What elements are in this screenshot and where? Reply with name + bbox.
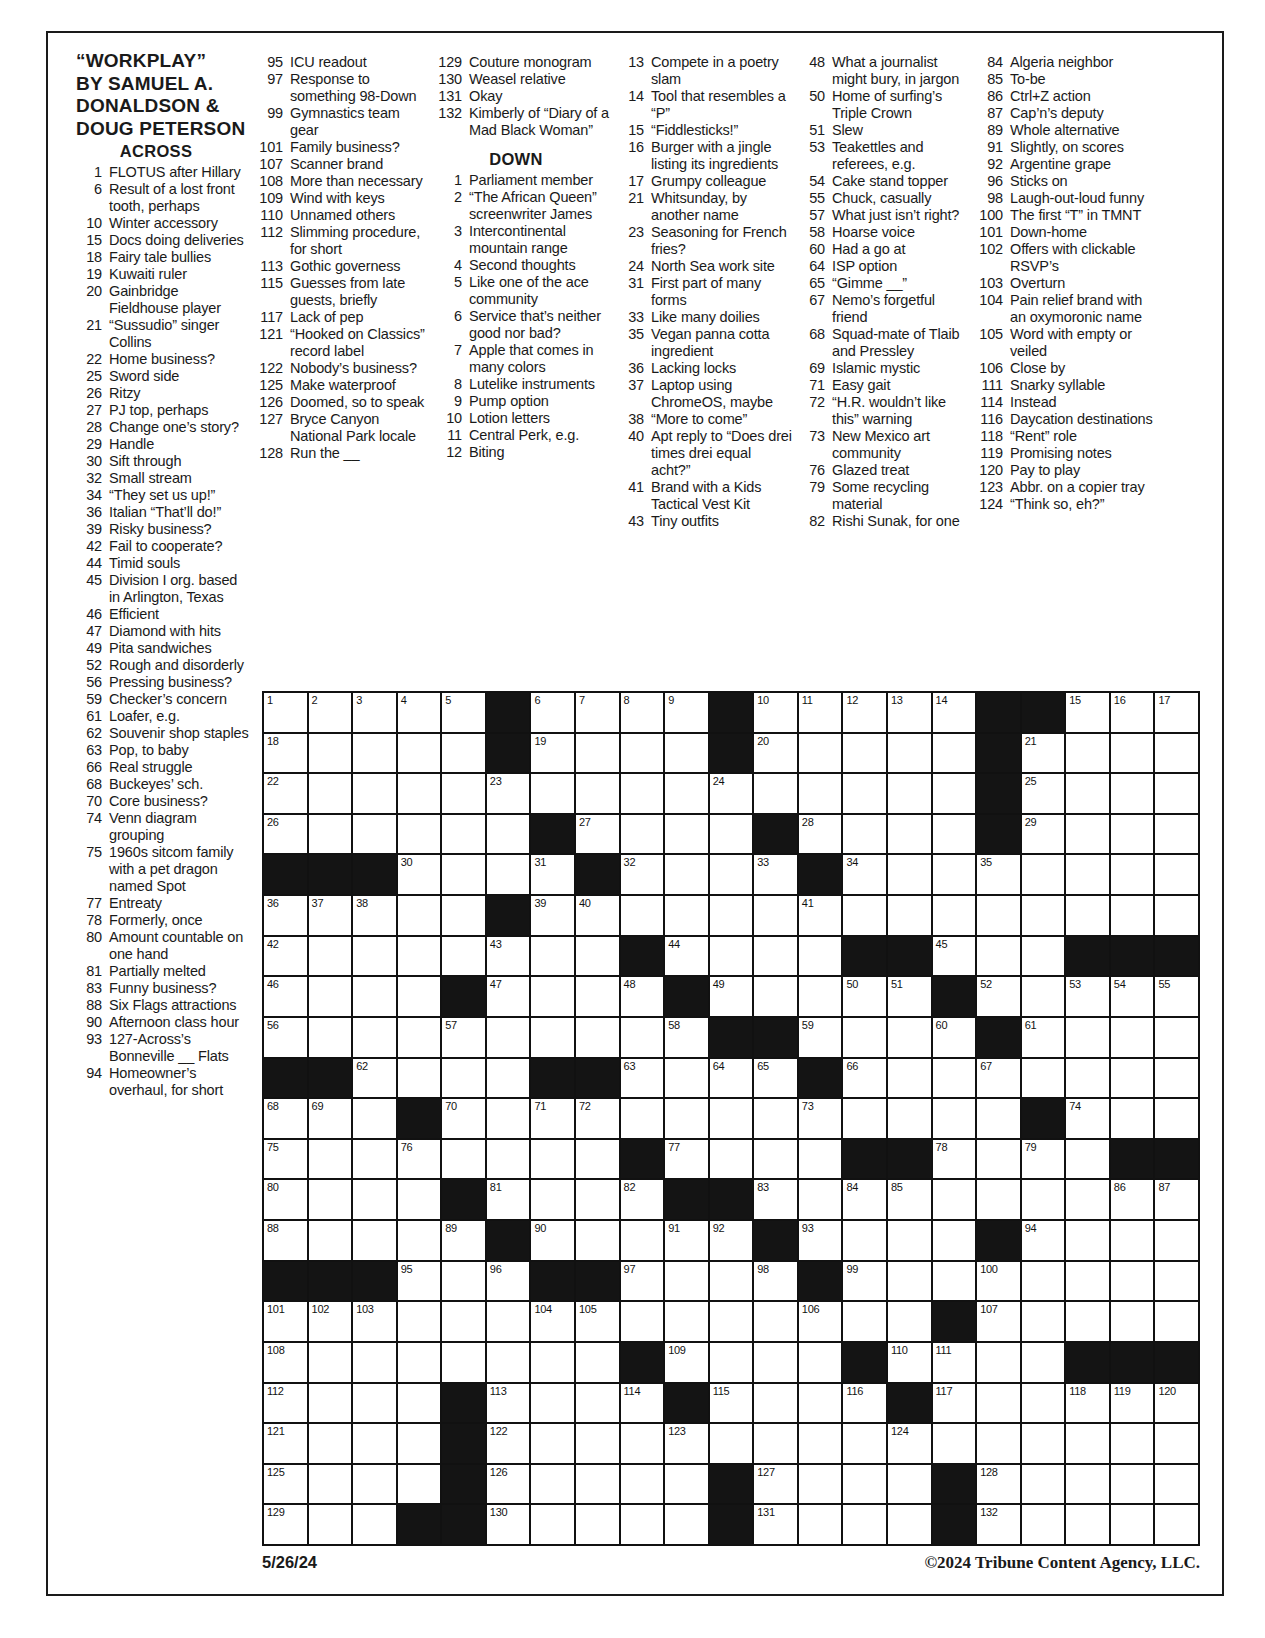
black-square bbox=[442, 1465, 485, 1504]
grid-cell: 125 bbox=[264, 1465, 307, 1504]
grid-cell bbox=[1066, 734, 1109, 773]
grid-cell bbox=[398, 937, 441, 976]
cell-number: 57 bbox=[445, 1019, 457, 1031]
clue-number: 56 bbox=[76, 674, 109, 691]
clue-number: 22 bbox=[76, 351, 109, 368]
grid-cell: 86 bbox=[1111, 1180, 1154, 1219]
grid-cell bbox=[576, 1343, 619, 1382]
grid-cell bbox=[442, 1262, 485, 1301]
clue-text: Whole alternative bbox=[1010, 122, 1159, 139]
grid-cell: 11 bbox=[799, 693, 842, 732]
grid-cell bbox=[1022, 1262, 1065, 1301]
clue-number: 104 bbox=[977, 292, 1010, 309]
clue-item: 62Souvenir shop staples bbox=[76, 725, 250, 742]
clue-text: Whitsunday, by another name bbox=[651, 190, 792, 224]
clue-item: 63Pop, to baby bbox=[76, 742, 250, 759]
grid-cell: 9 bbox=[665, 693, 708, 732]
clue-text: Parliament member bbox=[469, 172, 610, 189]
grid-cell bbox=[576, 1424, 619, 1463]
clue-text: Laugh-out-loud funny bbox=[1010, 190, 1159, 207]
grid-cell bbox=[442, 774, 485, 813]
grid-cell: 28 bbox=[799, 815, 842, 854]
clue-number: 68 bbox=[76, 776, 109, 793]
clue-number: 2 bbox=[436, 189, 469, 206]
grid-cell: 110 bbox=[888, 1343, 931, 1382]
cell-number: 129 bbox=[267, 1506, 284, 1518]
clue-item: 17Grumpy colleague bbox=[618, 173, 792, 190]
clue-item: 8Lutelike instruments bbox=[436, 376, 610, 393]
black-square bbox=[531, 1262, 574, 1301]
grid-cell bbox=[487, 855, 530, 894]
clue-number: 44 bbox=[76, 555, 109, 572]
grid-cell: 78 bbox=[933, 1140, 976, 1179]
clue-item: 20Gainbridge Fieldhouse player bbox=[76, 283, 250, 317]
grid-cell: 41 bbox=[799, 896, 842, 935]
grid-cell: 31 bbox=[531, 855, 574, 894]
clue-number: 100 bbox=[977, 207, 1010, 224]
clue-item: 64ISP option bbox=[799, 258, 973, 275]
clue-item: 72“H.R. wouldn’t like this” warning bbox=[799, 394, 973, 428]
clue-text: 1960s sitcom family with a pet dragon na… bbox=[109, 844, 250, 895]
black-square bbox=[888, 937, 931, 976]
clue-item: 82Rishi Sunak, for one bbox=[799, 513, 973, 530]
cell-number: 101 bbox=[267, 1303, 284, 1315]
grid-cell: 39 bbox=[531, 896, 574, 935]
clue-item: 126Doomed, so to speak bbox=[257, 394, 431, 411]
grid-cell bbox=[933, 815, 976, 854]
black-square bbox=[487, 1221, 530, 1260]
clue-item: 74Venn diagram grouping bbox=[76, 810, 250, 844]
clue-text: Daycation destinations bbox=[1010, 411, 1159, 428]
cell-number: 47 bbox=[490, 978, 502, 990]
clue-text: Glazed treat bbox=[832, 462, 973, 479]
clue-number: 114 bbox=[977, 394, 1010, 411]
grid-cell bbox=[621, 1505, 664, 1544]
grid-cell bbox=[1022, 1505, 1065, 1544]
clue-number: 75 bbox=[76, 844, 109, 861]
clue-item: 88Six Flags attractions bbox=[76, 997, 250, 1014]
clue-number: 116 bbox=[977, 411, 1010, 428]
clue-text: Afternoon class hour bbox=[109, 1014, 250, 1031]
clue-number: 31 bbox=[618, 275, 651, 292]
grid-cell bbox=[442, 1059, 485, 1098]
grid-cell bbox=[933, 855, 976, 894]
clue-number: 86 bbox=[977, 88, 1010, 105]
grid-cell bbox=[1155, 896, 1198, 935]
clue-number: 80 bbox=[76, 929, 109, 946]
clue-item: 132Kimberly of “Diary of a Mad Black Wom… bbox=[436, 105, 610, 139]
grid-cell bbox=[353, 1505, 396, 1544]
grid-cell bbox=[888, 896, 931, 935]
clue-number: 70 bbox=[76, 793, 109, 810]
clue-item: 73New Mexico art community bbox=[799, 428, 973, 462]
grid-cell bbox=[843, 1018, 886, 1057]
grid-cell bbox=[1066, 1221, 1109, 1260]
cell-number: 54 bbox=[1114, 978, 1126, 990]
clue-number: 3 bbox=[436, 223, 469, 240]
grid-cell bbox=[933, 896, 976, 935]
clue-number: 48 bbox=[799, 54, 832, 71]
grid-cell: 69 bbox=[309, 1099, 352, 1138]
clue-text: Division I org. based in Arlington, Texa… bbox=[109, 572, 250, 606]
clue-text: Sticks on bbox=[1010, 173, 1159, 190]
clue-item: 84Algeria neighbor bbox=[977, 54, 1159, 71]
clue-item: 95ICU readout bbox=[257, 54, 431, 71]
grid-cell bbox=[754, 1384, 797, 1423]
clue-number: 28 bbox=[76, 419, 109, 436]
grid-cell bbox=[1111, 855, 1154, 894]
grid-cell: 100 bbox=[977, 1262, 1020, 1301]
grid-cell: 109 bbox=[665, 1343, 708, 1382]
grid-cell: 62 bbox=[353, 1059, 396, 1098]
clue-number: 7 bbox=[436, 342, 469, 359]
grid-cell: 38 bbox=[353, 896, 396, 935]
grid-cell: 1 bbox=[264, 693, 307, 732]
grid-cell bbox=[1066, 1505, 1109, 1544]
grid-cell bbox=[398, 977, 441, 1016]
clue-item: 77Entreaty bbox=[76, 895, 250, 912]
grid-cell bbox=[353, 977, 396, 1016]
clue-text: Cap’n’s deputy bbox=[1010, 105, 1159, 122]
clue-item: 6Service that’s neither good nor bad? bbox=[436, 308, 610, 342]
cell-number: 125 bbox=[267, 1466, 284, 1478]
grid-cell: 81 bbox=[487, 1180, 530, 1219]
clue-text: Hoarse voice bbox=[832, 224, 973, 241]
clue-text: Tool that resembles a “P” bbox=[651, 88, 792, 122]
grid-cell bbox=[977, 1099, 1020, 1138]
clue-text: Kimberly of “Diary of a Mad Black Woman” bbox=[469, 105, 610, 139]
clue-item: 112Slimming procedure, for short bbox=[257, 224, 431, 258]
grid-cell: 87 bbox=[1155, 1180, 1198, 1219]
cell-number: 85 bbox=[891, 1181, 903, 1193]
cell-number: 10 bbox=[757, 694, 769, 706]
grid-cell: 107 bbox=[977, 1302, 1020, 1341]
cell-number: 73 bbox=[802, 1100, 814, 1112]
clue-item: 125Make waterproof bbox=[257, 377, 431, 394]
grid-cell bbox=[309, 1343, 352, 1382]
grid-cell: 75 bbox=[264, 1140, 307, 1179]
clue-text: Unnamed others bbox=[290, 207, 431, 224]
clue-number: 9 bbox=[436, 393, 469, 410]
grid-cell bbox=[576, 774, 619, 813]
grid-cell: 40 bbox=[576, 896, 619, 935]
clue-item: 65“Gimme __” bbox=[799, 275, 973, 292]
grid-cell bbox=[710, 815, 753, 854]
clue-item: 10Winter accessory bbox=[76, 215, 250, 232]
black-square bbox=[487, 734, 530, 773]
clue-number: 4 bbox=[436, 257, 469, 274]
black-square bbox=[799, 1262, 842, 1301]
puzzle-title-line: “WORKPLAY” bbox=[76, 50, 261, 73]
cell-number: 90 bbox=[534, 1222, 546, 1234]
grid-cell bbox=[487, 1140, 530, 1179]
cell-number: 119 bbox=[1114, 1385, 1131, 1397]
cell-number: 49 bbox=[713, 978, 725, 990]
clue-number: 113 bbox=[257, 258, 290, 275]
clue-number: 96 bbox=[977, 173, 1010, 190]
grid-cell: 18 bbox=[264, 734, 307, 773]
clue-number: 43 bbox=[618, 513, 651, 530]
clue-item: 38“More to come” bbox=[618, 411, 792, 428]
grid-cell: 10 bbox=[754, 693, 797, 732]
clue-number: 10 bbox=[436, 410, 469, 427]
clue-item: 86Ctrl+Z action bbox=[977, 88, 1159, 105]
cell-number: 64 bbox=[713, 1060, 725, 1072]
clue-item: 80Amount countable on one hand bbox=[76, 929, 250, 963]
clue-text: 127-Across’s Bonneville __ Flats bbox=[109, 1031, 250, 1065]
grid-cell bbox=[398, 774, 441, 813]
clue-text: Formerly, once bbox=[109, 912, 250, 929]
clue-number: 129 bbox=[436, 54, 469, 71]
clue-item: 7Apple that comes in many colors bbox=[436, 342, 610, 376]
grid-cell: 42 bbox=[264, 937, 307, 976]
clue-number: 15 bbox=[76, 232, 109, 249]
grid-cell bbox=[1155, 1302, 1198, 1341]
clue-item: 47Diamond with hits bbox=[76, 623, 250, 640]
grid-cell: 33 bbox=[754, 855, 797, 894]
clue-item: 4Second thoughts bbox=[436, 257, 610, 274]
black-square bbox=[1155, 1343, 1198, 1382]
cell-number: 106 bbox=[802, 1303, 819, 1315]
grid-cell bbox=[1111, 1221, 1154, 1260]
grid-cell bbox=[1155, 855, 1198, 894]
clue-text: Overturn bbox=[1010, 275, 1159, 292]
grid-cell bbox=[1066, 1140, 1109, 1179]
clue-number: 52 bbox=[76, 657, 109, 674]
clue-text: Teakettles and referees, e.g. bbox=[832, 139, 973, 173]
grid-cell bbox=[487, 1099, 530, 1138]
grid-cell bbox=[487, 1302, 530, 1341]
clue-text: Tiny outfits bbox=[651, 513, 792, 530]
clue-number: 99 bbox=[257, 105, 290, 122]
cell-number: 45 bbox=[936, 938, 948, 950]
grid-cell: 65 bbox=[754, 1059, 797, 1098]
clue-item: 123Abbr. on a copier tray bbox=[977, 479, 1159, 496]
clue-number: 25 bbox=[76, 368, 109, 385]
cell-number: 107 bbox=[980, 1303, 997, 1315]
grid-cell: 103 bbox=[353, 1302, 396, 1341]
grid-cell bbox=[843, 774, 886, 813]
black-square bbox=[353, 1262, 396, 1301]
cell-number: 68 bbox=[267, 1100, 279, 1112]
clue-number: 40 bbox=[618, 428, 651, 445]
clue-text: Real struggle bbox=[109, 759, 250, 776]
clue-text: Run the __ bbox=[290, 445, 431, 462]
grid-cell bbox=[888, 1221, 931, 1260]
cell-number: 92 bbox=[713, 1222, 725, 1234]
grid-cell bbox=[621, 1302, 664, 1341]
clue-number: 47 bbox=[76, 623, 109, 640]
grid-cell bbox=[309, 734, 352, 773]
grid-cell bbox=[621, 1221, 664, 1260]
clue-text: The first “T” in TMNT bbox=[1010, 207, 1159, 224]
grid-cell bbox=[442, 896, 485, 935]
clue-text: Wind with keys bbox=[290, 190, 431, 207]
clue-text: Slew bbox=[832, 122, 973, 139]
grid-cell bbox=[977, 1424, 1020, 1463]
black-square bbox=[710, 1180, 753, 1219]
grid-cell bbox=[531, 1384, 574, 1423]
clue-item: 121“Hooked on Classics” record label bbox=[257, 326, 431, 360]
grid-cell bbox=[353, 1465, 396, 1504]
grid-cell: 126 bbox=[487, 1465, 530, 1504]
clue-item: 3Intercontinental mountain range bbox=[436, 223, 610, 257]
clue-number: 20 bbox=[76, 283, 109, 300]
clue-item: 92Argentine grape bbox=[977, 156, 1159, 173]
clue-item: 30Sift through bbox=[76, 453, 250, 470]
clue-text: “More to come” bbox=[651, 411, 792, 428]
clue-item: 93127-Across’s Bonneville __ Flats bbox=[76, 1031, 250, 1065]
clue-number: 98 bbox=[977, 190, 1010, 207]
grid-cell bbox=[621, 1018, 664, 1057]
black-square bbox=[888, 1140, 931, 1179]
black-square bbox=[309, 1059, 352, 1098]
grid-cell: 124 bbox=[888, 1424, 931, 1463]
clue-text: Doomed, so to speak bbox=[290, 394, 431, 411]
grid-cell bbox=[1022, 1180, 1065, 1219]
clue-number: 18 bbox=[76, 249, 109, 266]
grid-cell: 74 bbox=[1066, 1099, 1109, 1138]
grid-cell bbox=[977, 1180, 1020, 1219]
grid-cell: 59 bbox=[799, 1018, 842, 1057]
cell-number: 40 bbox=[579, 897, 591, 909]
clue-text: Gymnastics team gear bbox=[290, 105, 431, 139]
puzzle-title-line: BY SAMUEL A. bbox=[76, 73, 261, 96]
grid-cell bbox=[799, 774, 842, 813]
clue-number: 91 bbox=[977, 139, 1010, 156]
cell-number: 118 bbox=[1069, 1385, 1086, 1397]
clue-text: Brand with a Kids Tactical Vest Kit bbox=[651, 479, 792, 513]
black-square bbox=[710, 1465, 753, 1504]
grid-cell: 30 bbox=[398, 855, 441, 894]
cell-number: 46 bbox=[267, 978, 279, 990]
grid-cell bbox=[888, 734, 931, 773]
grid-cell: 8 bbox=[621, 693, 664, 732]
clue-text: Ritzy bbox=[109, 385, 250, 402]
clue-number: 76 bbox=[799, 462, 832, 479]
clue-number: 125 bbox=[257, 377, 290, 394]
cell-number: 18 bbox=[267, 735, 279, 747]
clue-item: 105Word with empty or veiled bbox=[977, 326, 1159, 360]
puzzle-title-byline: “WORKPLAY”BY SAMUEL A.DONALDSON &DOUG PE… bbox=[76, 50, 261, 140]
cell-number: 77 bbox=[668, 1141, 680, 1153]
cell-number: 58 bbox=[668, 1019, 680, 1031]
grid-cell bbox=[1022, 1384, 1065, 1423]
clue-number: 126 bbox=[257, 394, 290, 411]
clue-number: 17 bbox=[618, 173, 651, 190]
black-square bbox=[353, 855, 396, 894]
black-square bbox=[977, 693, 1020, 732]
clue-number: 117 bbox=[257, 309, 290, 326]
clue-column-across-down: 129Couture monogram130Weasel relative131… bbox=[436, 54, 610, 461]
clue-text: Central Perk, e.g. bbox=[469, 427, 610, 444]
grid-cell bbox=[710, 1262, 753, 1301]
clue-number: 83 bbox=[76, 980, 109, 997]
clue-text: Home of surfing’s Triple Crown bbox=[832, 88, 973, 122]
cell-number: 121 bbox=[267, 1425, 284, 1437]
clue-number: 12 bbox=[436, 444, 469, 461]
cell-number: 130 bbox=[490, 1506, 507, 1518]
grid-cell bbox=[888, 815, 931, 854]
clue-text: Home business? bbox=[109, 351, 250, 368]
grid-cell bbox=[710, 896, 753, 935]
grid-cell: 72 bbox=[576, 1099, 619, 1138]
cell-number: 6 bbox=[534, 694, 540, 706]
cell-number: 124 bbox=[891, 1425, 908, 1437]
grid-cell bbox=[754, 1302, 797, 1341]
grid-cell: 105 bbox=[576, 1302, 619, 1341]
clue-number: 73 bbox=[799, 428, 832, 445]
cell-number: 31 bbox=[534, 856, 546, 868]
clue-text: New Mexico art community bbox=[832, 428, 973, 462]
grid-cell bbox=[1022, 1465, 1065, 1504]
clue-number: 78 bbox=[76, 912, 109, 929]
clue-item: 118“Rent” role bbox=[977, 428, 1159, 445]
grid-cell: 20 bbox=[754, 734, 797, 773]
grid-cell bbox=[1066, 1018, 1109, 1057]
clue-number: 92 bbox=[977, 156, 1010, 173]
black-square bbox=[487, 693, 530, 732]
cell-number: 65 bbox=[757, 1060, 769, 1072]
clue-number: 97 bbox=[257, 71, 290, 88]
grid-cell: 5 bbox=[442, 693, 485, 732]
puzzle-title-line: DOUG PETERSON bbox=[76, 118, 261, 141]
grid-cell bbox=[843, 1302, 886, 1341]
clue-number: 89 bbox=[977, 122, 1010, 139]
grid-cell bbox=[665, 1059, 708, 1098]
grid-cell: 79 bbox=[1022, 1140, 1065, 1179]
grid-cell bbox=[487, 1343, 530, 1382]
clue-text: “Fiddlesticks!” bbox=[651, 122, 792, 139]
grid-cell bbox=[754, 977, 797, 1016]
clue-text: Response to something 98-Down bbox=[290, 71, 431, 105]
cell-number: 115 bbox=[713, 1385, 730, 1397]
clue-item: 36Lacking locks bbox=[618, 360, 792, 377]
grid-cell bbox=[531, 1424, 574, 1463]
cell-number: 87 bbox=[1158, 1181, 1170, 1193]
grid-cell: 14 bbox=[933, 693, 976, 732]
clue-number: 106 bbox=[977, 360, 1010, 377]
clue-text: Kuwaiti ruler bbox=[109, 266, 250, 283]
clue-text: Squad-mate of Tlaib and Pressley bbox=[832, 326, 973, 360]
clue-item: 52Rough and disorderly bbox=[76, 657, 250, 674]
grid-cell: 128 bbox=[977, 1465, 1020, 1504]
clue-item: 76Glazed treat bbox=[799, 462, 973, 479]
clue-text: Word with empty or veiled bbox=[1010, 326, 1159, 360]
clue-text: Change one’s story? bbox=[109, 419, 250, 436]
grid-cell: 2 bbox=[309, 693, 352, 732]
grid-cell bbox=[487, 815, 530, 854]
clue-text: Lotion letters bbox=[469, 410, 610, 427]
clue-item: 106Close by bbox=[977, 360, 1159, 377]
clue-item: 35Vegan panna cotta ingredient bbox=[618, 326, 792, 360]
cell-number: 16 bbox=[1114, 694, 1126, 706]
clue-text: What just isn’t right? bbox=[832, 207, 973, 224]
clue-number: 82 bbox=[799, 513, 832, 530]
clue-number: 14 bbox=[618, 88, 651, 105]
grid-cell bbox=[621, 734, 664, 773]
grid-cell bbox=[843, 815, 886, 854]
clue-number: 109 bbox=[257, 190, 290, 207]
black-square bbox=[264, 1059, 307, 1098]
grid-cell: 123 bbox=[665, 1424, 708, 1463]
clue-column-across-2: 95ICU readout97Response to something 98-… bbox=[257, 54, 431, 462]
clue-text: Checker’s concern bbox=[109, 691, 250, 708]
cell-number: 52 bbox=[980, 978, 992, 990]
grid-cell bbox=[576, 1505, 619, 1544]
black-square bbox=[264, 855, 307, 894]
clue-item: 111Snarky syllable bbox=[977, 377, 1159, 394]
